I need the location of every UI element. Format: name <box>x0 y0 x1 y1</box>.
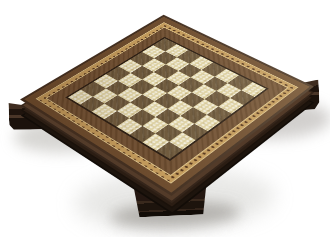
chess-board <box>20 15 314 196</box>
board-3d-scene <box>0 0 330 237</box>
product-photo <box>0 0 330 237</box>
board-tilt-wrapper <box>0 0 330 237</box>
